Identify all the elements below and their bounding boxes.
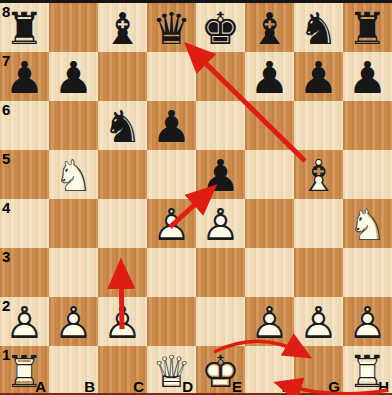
black-king[interactable]: ♚ xyxy=(196,3,245,52)
black-pawn[interactable]: ♟ xyxy=(0,52,49,101)
square-d2[interactable] xyxy=(147,297,196,346)
square-g2[interactable]: ♟♙ xyxy=(294,297,343,346)
square-f1[interactable]: F xyxy=(245,346,294,395)
square-e7[interactable] xyxy=(196,52,245,101)
white-pawn[interactable]: ♟♙ xyxy=(196,199,245,248)
square-e5[interactable]: ♟ xyxy=(196,150,245,199)
square-g7[interactable]: ♟ xyxy=(294,52,343,101)
white-bishop[interactable]: ♝♗ xyxy=(294,150,343,199)
square-c2[interactable]: ♟♙ xyxy=(98,297,147,346)
rank-label: 3 xyxy=(2,248,10,265)
square-c4[interactable] xyxy=(98,199,147,248)
square-b8[interactable] xyxy=(49,3,98,52)
square-e2[interactable] xyxy=(196,297,245,346)
black-pawn[interactable]: ♟ xyxy=(294,52,343,101)
square-h8[interactable]: ♜ xyxy=(343,3,392,52)
square-f2[interactable]: ♟♙ xyxy=(245,297,294,346)
black-pawn[interactable]: ♟ xyxy=(49,52,98,101)
square-b5[interactable]: ♞♘ xyxy=(49,150,98,199)
black-rook[interactable]: ♜ xyxy=(0,3,49,52)
square-b6[interactable] xyxy=(49,101,98,150)
white-knight[interactable]: ♞♘ xyxy=(49,150,98,199)
white-king[interactable]: ♚♔ xyxy=(196,346,245,395)
white-pawn[interactable]: ♟♙ xyxy=(98,297,147,346)
file-label: G xyxy=(328,379,340,394)
white-pawn[interactable]: ♟♙ xyxy=(147,199,196,248)
black-knight[interactable]: ♞ xyxy=(294,3,343,52)
white-queen[interactable]: ♛♕ xyxy=(147,346,196,395)
square-h6[interactable] xyxy=(343,101,392,150)
square-a3[interactable]: 3 xyxy=(0,248,49,297)
white-rook[interactable]: ♜♖ xyxy=(0,346,49,395)
square-h5[interactable] xyxy=(343,150,392,199)
square-a1[interactable]: 1A♜♖ xyxy=(0,346,49,395)
black-pawn[interactable]: ♟ xyxy=(343,52,392,101)
square-e8[interactable]: ♚ xyxy=(196,3,245,52)
white-knight[interactable]: ♞♘ xyxy=(343,199,392,248)
rank-label: 4 xyxy=(2,199,10,216)
chess-board-window: 8♜♝♛♚♝♞♜7♟♟♟♟♟6♞♟5♞♘♟♝♗4♟♙♟♙♞♘32♟♙♟♙♟♙♟♙… xyxy=(0,0,392,395)
square-g1[interactable]: G xyxy=(294,346,343,395)
square-f4[interactable] xyxy=(245,199,294,248)
square-a6[interactable]: 6 xyxy=(0,101,49,150)
square-d5[interactable] xyxy=(147,150,196,199)
black-queen[interactable]: ♛ xyxy=(147,3,196,52)
square-a8[interactable]: 8♜ xyxy=(0,3,49,52)
square-f3[interactable] xyxy=(245,248,294,297)
square-e4[interactable]: ♟♙ xyxy=(196,199,245,248)
square-c5[interactable] xyxy=(98,150,147,199)
square-c8[interactable]: ♝ xyxy=(98,3,147,52)
file-label: B xyxy=(84,379,95,394)
square-g8[interactable]: ♞ xyxy=(294,3,343,52)
black-pawn[interactable]: ♟ xyxy=(147,101,196,150)
square-d1[interactable]: D♛♕ xyxy=(147,346,196,395)
square-b1[interactable]: B xyxy=(49,346,98,395)
square-a2[interactable]: 2♟♙ xyxy=(0,297,49,346)
square-e1[interactable]: E♚♔ xyxy=(196,346,245,395)
file-label: F xyxy=(282,379,291,394)
rank-label: 5 xyxy=(2,150,10,167)
square-c7[interactable] xyxy=(98,52,147,101)
square-a4[interactable]: 4 xyxy=(0,199,49,248)
square-f5[interactable] xyxy=(245,150,294,199)
white-pawn[interactable]: ♟♙ xyxy=(245,297,294,346)
square-d7[interactable] xyxy=(147,52,196,101)
square-h1[interactable]: H♜♖ xyxy=(343,346,392,395)
square-d3[interactable] xyxy=(147,248,196,297)
white-rook[interactable]: ♜♖ xyxy=(343,346,392,395)
square-b7[interactable]: ♟ xyxy=(49,52,98,101)
black-bishop[interactable]: ♝ xyxy=(245,3,294,52)
square-f8[interactable]: ♝ xyxy=(245,3,294,52)
white-pawn[interactable]: ♟♙ xyxy=(0,297,49,346)
square-g5[interactable]: ♝♗ xyxy=(294,150,343,199)
square-g4[interactable] xyxy=(294,199,343,248)
white-pawn[interactable]: ♟♙ xyxy=(343,297,392,346)
square-f6[interactable] xyxy=(245,101,294,150)
file-label: C xyxy=(133,379,144,394)
board-top-edge xyxy=(0,0,392,3)
square-h3[interactable] xyxy=(343,248,392,297)
square-e6[interactable] xyxy=(196,101,245,150)
square-e3[interactable] xyxy=(196,248,245,297)
square-c6[interactable]: ♞ xyxy=(98,101,147,150)
chess-board[interactable]: 8♜♝♛♚♝♞♜7♟♟♟♟♟6♞♟5♞♘♟♝♗4♟♙♟♙♞♘32♟♙♟♙♟♙♟♙… xyxy=(0,3,392,395)
black-knight[interactable]: ♞ xyxy=(98,101,147,150)
square-f7[interactable]: ♟ xyxy=(245,52,294,101)
square-h7[interactable]: ♟ xyxy=(343,52,392,101)
white-pawn[interactable]: ♟♙ xyxy=(294,297,343,346)
black-rook[interactable]: ♜ xyxy=(343,3,392,52)
square-g3[interactable] xyxy=(294,248,343,297)
square-a7[interactable]: 7♟ xyxy=(0,52,49,101)
square-c3[interactable] xyxy=(98,248,147,297)
square-h4[interactable]: ♞♘ xyxy=(343,199,392,248)
square-d8[interactable]: ♛ xyxy=(147,3,196,52)
black-pawn[interactable]: ♟ xyxy=(196,150,245,199)
square-c1[interactable]: C xyxy=(98,346,147,395)
square-a5[interactable]: 5 xyxy=(0,150,49,199)
square-h2[interactable]: ♟♙ xyxy=(343,297,392,346)
white-pawn[interactable]: ♟♙ xyxy=(49,297,98,346)
square-g6[interactable] xyxy=(294,101,343,150)
square-b4[interactable] xyxy=(49,199,98,248)
square-d6[interactable]: ♟ xyxy=(147,101,196,150)
square-b2[interactable]: ♟♙ xyxy=(49,297,98,346)
square-b3[interactable] xyxy=(49,248,98,297)
black-pawn[interactable]: ♟ xyxy=(245,52,294,101)
rank-label: 6 xyxy=(2,101,10,118)
black-bishop[interactable]: ♝ xyxy=(98,3,147,52)
square-d4[interactable]: ♟♙ xyxy=(147,199,196,248)
